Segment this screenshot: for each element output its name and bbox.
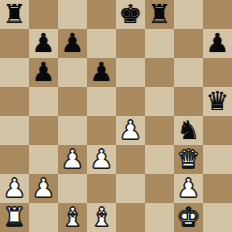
piece-black-rook[interactable]: ♜ [145,0,174,29]
square-d5[interactable] [87,87,116,116]
piece-white-pawn[interactable]: ♟ [174,174,203,203]
square-c3[interactable]: ♟ [58,145,87,174]
square-f2[interactable] [145,174,174,203]
square-b8[interactable] [29,0,58,29]
square-g7[interactable] [174,29,203,58]
square-e2[interactable] [116,174,145,203]
piece-white-king[interactable]: ♚ [174,203,203,232]
square-c6[interactable] [58,58,87,87]
square-d2[interactable] [87,174,116,203]
square-b4[interactable] [29,116,58,145]
square-a1[interactable]: ♜ [0,203,29,232]
chess-board-wrapper: ♜♚♜♟♟♟♟♟♛♟♞♟♟♛♟♟♟♜♝♝♚ [0,0,232,232]
square-d8[interactable] [87,0,116,29]
piece-white-pawn[interactable]: ♟ [29,174,58,203]
square-e3[interactable] [116,145,145,174]
square-e8[interactable]: ♚ [116,0,145,29]
square-c4[interactable] [58,116,87,145]
square-g8[interactable] [174,0,203,29]
square-b6[interactable]: ♟ [29,58,58,87]
square-g1[interactable]: ♚ [174,203,203,232]
square-c1[interactable]: ♝ [58,203,87,232]
piece-black-pawn[interactable]: ♟ [29,29,58,58]
square-a6[interactable] [0,58,29,87]
square-e6[interactable] [116,58,145,87]
square-f7[interactable] [145,29,174,58]
square-a8[interactable]: ♜ [0,0,29,29]
square-b1[interactable] [29,203,58,232]
square-b5[interactable] [29,87,58,116]
piece-black-rook[interactable]: ♜ [0,0,29,29]
piece-black-pawn[interactable]: ♟ [29,58,58,87]
square-f4[interactable] [145,116,174,145]
piece-white-rook[interactable]: ♜ [0,203,29,232]
square-f8[interactable]: ♜ [145,0,174,29]
piece-white-bishop[interactable]: ♝ [58,203,87,232]
square-c8[interactable] [58,0,87,29]
piece-white-pawn[interactable]: ♟ [0,174,29,203]
square-h6[interactable] [203,58,232,87]
square-h1[interactable] [203,203,232,232]
piece-black-king[interactable]: ♚ [116,0,145,29]
square-d1[interactable]: ♝ [87,203,116,232]
piece-white-bishop[interactable]: ♝ [87,203,116,232]
square-h5[interactable]: ♛ [203,87,232,116]
square-g5[interactable] [174,87,203,116]
square-f3[interactable] [145,145,174,174]
piece-black-pawn[interactable]: ♟ [203,29,232,58]
square-a2[interactable]: ♟ [0,174,29,203]
square-f1[interactable] [145,203,174,232]
piece-white-pawn[interactable]: ♟ [116,116,145,145]
piece-white-pawn[interactable]: ♟ [58,145,87,174]
square-g3[interactable]: ♛ [174,145,203,174]
chess-board: ♜♚♜♟♟♟♟♟♛♟♞♟♟♛♟♟♟♜♝♝♚ [0,0,232,232]
piece-black-pawn[interactable]: ♟ [58,29,87,58]
piece-black-knight[interactable]: ♞ [174,116,203,145]
square-h4[interactable] [203,116,232,145]
square-e5[interactable] [116,87,145,116]
piece-white-queen[interactable]: ♛ [174,145,203,174]
square-g2[interactable]: ♟ [174,174,203,203]
square-f5[interactable] [145,87,174,116]
square-h8[interactable] [203,0,232,29]
square-e7[interactable] [116,29,145,58]
square-b2[interactable]: ♟ [29,174,58,203]
square-h3[interactable] [203,145,232,174]
square-d6[interactable]: ♟ [87,58,116,87]
square-a7[interactable] [0,29,29,58]
square-d3[interactable]: ♟ [87,145,116,174]
square-b7[interactable]: ♟ [29,29,58,58]
square-c2[interactable] [58,174,87,203]
square-a3[interactable] [0,145,29,174]
square-c5[interactable] [58,87,87,116]
square-a5[interactable] [0,87,29,116]
square-d7[interactable] [87,29,116,58]
piece-white-pawn[interactable]: ♟ [87,145,116,174]
square-f6[interactable] [145,58,174,87]
square-b3[interactable] [29,145,58,174]
square-g4[interactable]: ♞ [174,116,203,145]
square-g6[interactable] [174,58,203,87]
square-a4[interactable] [0,116,29,145]
square-e4[interactable]: ♟ [116,116,145,145]
square-h7[interactable]: ♟ [203,29,232,58]
square-d4[interactable] [87,116,116,145]
square-c7[interactable]: ♟ [58,29,87,58]
piece-black-pawn[interactable]: ♟ [87,58,116,87]
square-h2[interactable] [203,174,232,203]
piece-black-queen[interactable]: ♛ [203,87,232,116]
square-e1[interactable] [116,203,145,232]
